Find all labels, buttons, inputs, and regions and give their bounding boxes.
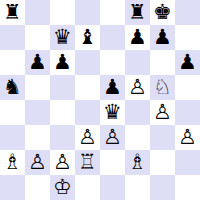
square-g3[interactable] <box>150 125 175 150</box>
square-f8[interactable]: ♜ <box>125 0 150 25</box>
square-h2[interactable] <box>175 150 200 175</box>
square-d1[interactable] <box>75 175 100 200</box>
square-d6[interactable] <box>75 50 100 75</box>
piece-white-pawn[interactable]: ♙ <box>103 125 122 150</box>
square-b1[interactable] <box>25 175 50 200</box>
square-c6[interactable]: ♟ <box>50 50 75 75</box>
chess-board: ♜♜♚♛♝♟♟♟♟♟♞♟♙♘♛♙♙♙♙♗♙♙♖♗♔ <box>0 0 200 200</box>
piece-white-pawn[interactable]: ♙ <box>178 125 197 150</box>
square-d7[interactable]: ♝ <box>75 25 100 50</box>
square-b4[interactable] <box>25 100 50 125</box>
square-h3[interactable]: ♙ <box>175 125 200 150</box>
square-g6[interactable] <box>150 50 175 75</box>
square-a7[interactable] <box>0 25 25 50</box>
square-d2[interactable]: ♖ <box>75 150 100 175</box>
square-c3[interactable] <box>50 125 75 150</box>
piece-black-queen[interactable]: ♛ <box>103 100 122 125</box>
square-h1[interactable] <box>175 175 200 200</box>
square-f7[interactable]: ♟ <box>125 25 150 50</box>
square-a8[interactable]: ♜ <box>0 0 25 25</box>
square-a3[interactable] <box>0 125 25 150</box>
piece-black-knight[interactable]: ♞ <box>3 75 22 100</box>
piece-white-bishop[interactable]: ♗ <box>3 150 22 175</box>
square-f3[interactable] <box>125 125 150 150</box>
piece-black-king[interactable]: ♚ <box>153 0 172 25</box>
square-a4[interactable] <box>0 100 25 125</box>
square-h5[interactable] <box>175 75 200 100</box>
piece-black-pawn[interactable]: ♟ <box>103 75 122 100</box>
square-a5[interactable]: ♞ <box>0 75 25 100</box>
piece-white-rook[interactable]: ♖ <box>78 150 97 175</box>
square-b7[interactable] <box>25 25 50 50</box>
square-b3[interactable] <box>25 125 50 150</box>
square-g2[interactable] <box>150 150 175 175</box>
piece-white-knight[interactable]: ♘ <box>153 75 172 100</box>
square-b8[interactable] <box>25 0 50 25</box>
square-g1[interactable] <box>150 175 175 200</box>
square-e6[interactable] <box>100 50 125 75</box>
piece-black-rook[interactable]: ♜ <box>3 0 22 25</box>
piece-black-pawn[interactable]: ♟ <box>53 50 72 75</box>
piece-white-pawn[interactable]: ♙ <box>78 125 97 150</box>
square-g4[interactable]: ♙ <box>150 100 175 125</box>
piece-black-rook[interactable]: ♜ <box>128 0 147 25</box>
square-b2[interactable]: ♙ <box>25 150 50 175</box>
square-e4[interactable]: ♛ <box>100 100 125 125</box>
square-g5[interactable]: ♘ <box>150 75 175 100</box>
piece-black-bishop[interactable]: ♝ <box>78 25 97 50</box>
square-f2[interactable]: ♗ <box>125 150 150 175</box>
piece-black-pawn[interactable]: ♟ <box>153 25 172 50</box>
piece-black-queen[interactable]: ♛ <box>53 25 72 50</box>
square-b6[interactable]: ♟ <box>25 50 50 75</box>
square-e1[interactable] <box>100 175 125 200</box>
piece-white-pawn[interactable]: ♙ <box>153 100 172 125</box>
square-d5[interactable] <box>75 75 100 100</box>
piece-white-pawn[interactable]: ♙ <box>53 150 72 175</box>
square-e5[interactable]: ♟ <box>100 75 125 100</box>
piece-white-bishop[interactable]: ♗ <box>128 150 147 175</box>
square-g8[interactable]: ♚ <box>150 0 175 25</box>
square-e2[interactable] <box>100 150 125 175</box>
square-e7[interactable] <box>100 25 125 50</box>
square-f4[interactable] <box>125 100 150 125</box>
square-h7[interactable] <box>175 25 200 50</box>
square-h4[interactable] <box>175 100 200 125</box>
square-g7[interactable]: ♟ <box>150 25 175 50</box>
square-f6[interactable] <box>125 50 150 75</box>
piece-black-pawn[interactable]: ♟ <box>178 50 197 75</box>
square-h8[interactable] <box>175 0 200 25</box>
square-c8[interactable] <box>50 0 75 25</box>
square-d8[interactable] <box>75 0 100 25</box>
square-d3[interactable]: ♙ <box>75 125 100 150</box>
square-c5[interactable] <box>50 75 75 100</box>
piece-white-king[interactable]: ♔ <box>53 175 72 200</box>
square-h6[interactable]: ♟ <box>175 50 200 75</box>
square-b5[interactable] <box>25 75 50 100</box>
piece-black-pawn[interactable]: ♟ <box>28 50 47 75</box>
piece-white-pawn[interactable]: ♙ <box>28 150 47 175</box>
square-f1[interactable] <box>125 175 150 200</box>
square-c1[interactable]: ♔ <box>50 175 75 200</box>
square-a1[interactable] <box>0 175 25 200</box>
square-a2[interactable]: ♗ <box>0 150 25 175</box>
square-e3[interactable]: ♙ <box>100 125 125 150</box>
square-f5[interactable]: ♙ <box>125 75 150 100</box>
square-a6[interactable] <box>0 50 25 75</box>
piece-black-pawn[interactable]: ♟ <box>128 25 147 50</box>
square-c2[interactable]: ♙ <box>50 150 75 175</box>
piece-white-pawn[interactable]: ♙ <box>128 75 147 100</box>
square-e8[interactable] <box>100 0 125 25</box>
square-d4[interactable] <box>75 100 100 125</box>
square-c4[interactable] <box>50 100 75 125</box>
square-c7[interactable]: ♛ <box>50 25 75 50</box>
